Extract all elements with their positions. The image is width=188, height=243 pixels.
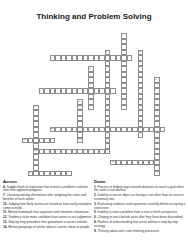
across-header: Across: [3, 179, 92, 184]
clue-number: 10: [51, 127, 53, 130]
clue-number: 5: [89, 67, 90, 70]
clue-item: 2. Inability to see an object as having …: [94, 194, 186, 202]
crossword-cell[interactable]: [154, 171, 160, 177]
clue-item: 1. Process of finding ways around obstac…: [94, 186, 186, 194]
crossword-grid: 1234567891011121314: [22, 33, 165, 176]
clue-item: 10. Judging how likely events are based …: [3, 203, 92, 211]
clue-number: 4: [51, 56, 52, 59]
down-clue-list: 1. Process of finding ways around obstac…: [94, 186, 186, 234]
crossword-cell[interactable]: [121, 105, 127, 111]
crossword-cell[interactable]: [105, 149, 111, 155]
crossword-page: Thinking and Problem Solving 12345678910…: [0, 0, 188, 243]
crossword-cell[interactable]: [66, 171, 72, 177]
clue-number: 1: [122, 34, 123, 37]
clue-item: 14. Mental groupings of similar objects,…: [3, 226, 92, 230]
clue-number: 3: [139, 50, 140, 53]
across-clues: Across 4. Sudden flash of inspiration th…: [3, 179, 92, 230]
crossword-cell[interactable]: [110, 88, 116, 94]
clue-item: 8. Flashes of understanding that arrive …: [94, 221, 186, 229]
crossword-cell[interactable]: [88, 105, 94, 111]
crossword-cell[interactable]: [127, 55, 133, 61]
clue-number: 14: [29, 171, 31, 174]
crossword-cell[interactable]: [50, 138, 56, 144]
clue-number: 12: [34, 149, 36, 152]
clue-number: 9: [34, 105, 35, 108]
clue-number: 8: [78, 100, 79, 103]
down-clues: Down 1. Process of finding ways around o…: [94, 179, 186, 234]
clue-item: 7. Choosing among alternatives after wei…: [3, 194, 92, 202]
crossword-cell[interactable]: [77, 138, 83, 144]
clue-number: 11: [23, 138, 25, 141]
clue-number: 6: [155, 78, 156, 81]
page-title: Thinking and Problem Solving: [0, 12, 188, 21]
clue-number: 2: [106, 50, 107, 53]
clue-number: 7: [40, 89, 41, 92]
down-header: Down: [94, 179, 186, 184]
crossword-cell[interactable]: [138, 132, 144, 138]
crossword-cell[interactable]: [160, 127, 166, 133]
clue-item: 3. Evaluating evidence and arguments car…: [94, 203, 186, 211]
across-clue-list: 4. Sudden flash of inspiration that reve…: [3, 186, 92, 230]
clue-number: 13: [111, 160, 113, 163]
clue-item: 9. Thinking about one's own thinking pro…: [94, 230, 186, 234]
clue-item: 4. Sudden flash of inspiration that reve…: [3, 186, 92, 194]
